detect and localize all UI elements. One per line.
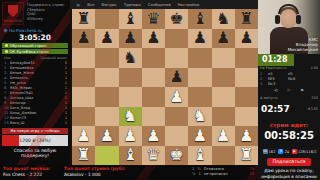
square-e7[interactable]	[165, 29, 188, 49]
square-d1[interactable]: ♛	[142, 146, 165, 166]
thanks-text: Спасибо за любую поддержку!	[0, 148, 70, 158]
info-line: Поддержать стрим:	[27, 3, 65, 8]
player-name-line: Михайлицкий	[288, 47, 318, 52]
square-e1[interactable]: ♚	[165, 146, 188, 166]
donation-leaderboard: 1.Белодубов3152.Белошвейка13.Белов_Женя1…	[0, 61, 70, 126]
piece-black-r: ♜	[239, 11, 253, 27]
top-donation-month: Топ донат месяца: Fox Chess - 2 222	[3, 166, 50, 178]
square-e4[interactable]: ♟	[165, 87, 188, 107]
move-row[interactable]: 3Nc3	[260, 81, 318, 86]
logo-text: POWCHESS	[3, 19, 23, 23]
piece-white-p: ♟	[239, 128, 253, 144]
square-c3[interactable]: ♞	[119, 107, 142, 127]
square-b4[interactable]	[95, 87, 118, 107]
piece-white-n: ♞	[193, 108, 207, 124]
square-f8[interactable]: ♝	[188, 9, 211, 29]
move-list: 1e4e52Nf3Nc63Nc3	[260, 71, 318, 86]
square-a2[interactable]: ♟	[72, 126, 95, 146]
square-a5[interactable]	[72, 68, 95, 88]
social-icon: ▶	[292, 149, 297, 154]
square-h4[interactable]	[235, 87, 258, 107]
social-count: 24	[284, 150, 289, 154]
menu-item[interactable]: Сообщения	[148, 2, 171, 7]
stream-live-label: стрим идет:	[258, 122, 320, 128]
rematch-icon[interactable]: ⟲	[274, 88, 278, 93]
piece-white-r: ♜	[76, 147, 90, 163]
piece-black-p: ♟	[216, 30, 230, 46]
piece-white-k: ♚	[169, 147, 183, 163]
square-g1[interactable]	[212, 146, 235, 166]
headphones-icon	[278, 4, 299, 14]
time-control-label: 4 минуты	[260, 96, 278, 100]
stream-donation-value: Asakolov - 1 000	[64, 172, 126, 178]
square-f3[interactable]: ♞	[188, 107, 211, 127]
social-counter[interactable]: VK162	[263, 149, 276, 154]
donation-goal-label: На новую игру и победы	[2, 128, 68, 134]
square-g8[interactable]: ♞	[212, 9, 235, 29]
piece-black-b: ♝	[193, 11, 207, 27]
square-g7[interactable]: ♟	[212, 29, 235, 49]
social-icon: B	[278, 149, 283, 154]
square-b2[interactable]: ♟	[95, 126, 118, 146]
square-g5[interactable]	[212, 68, 235, 88]
square-h8[interactable]: ♜	[235, 9, 258, 29]
progress-label: 1200 ₽ (24%)	[2, 135, 68, 146]
square-h7[interactable]: ♟	[235, 29, 258, 49]
square-h2[interactable]: ♟	[235, 126, 258, 146]
square-h3[interactable]	[235, 107, 258, 127]
score-row: ½1не прописал20	[192, 172, 254, 177]
game-number: #135	[308, 106, 318, 111]
square-c4[interactable]	[119, 87, 142, 107]
month-donation-value: Fox Chess - 2 222	[3, 172, 50, 178]
piece-white-p: ♟	[193, 128, 207, 144]
leaderboard-row: 13.Вася_Ш1	[0, 121, 70, 126]
piece-black-b: ♝	[123, 11, 137, 27]
goal-row: Обучающий стрим	[2, 43, 68, 48]
stream-timer: 3:05:20	[0, 33, 70, 42]
square-f4[interactable]	[188, 87, 211, 107]
chess-board: ♜♝♛♚♝♞♜♟♟♟♟♟♟♟♞♟♟♞♞♟♟♟♟♟♟♟♜♝♛♚♝♜	[72, 9, 258, 165]
square-b6[interactable]	[95, 48, 118, 68]
square-a3[interactable]	[72, 107, 95, 127]
square-f7[interactable]: ♟	[188, 29, 211, 49]
black-clock: 01:28	[258, 54, 294, 66]
promo-line: Даю уроки по скайпу,	[258, 168, 320, 174]
piece-white-p: ♟	[216, 128, 230, 144]
top-donation-stream: Топ донат стрима (руб): Asakolov - 1 000	[64, 166, 126, 178]
resign-flag-icon[interactable]: ⚑	[300, 88, 304, 93]
promo-line: информация в описании	[258, 174, 320, 180]
piece-white-n: ♞	[123, 108, 137, 124]
player-name: КМСВладимирМихайлицкий	[288, 37, 318, 52]
game-controls: ⟲⚐⚑	[260, 88, 318, 93]
square-e2[interactable]	[165, 126, 188, 146]
square-c1[interactable]: ♝	[119, 146, 142, 166]
clock-sub-right: 2:00	[310, 66, 318, 70]
menu-item[interactable]: Фигуры	[101, 2, 116, 7]
piece-black-n: ♞	[123, 50, 137, 66]
piece-white-p: ♟	[169, 89, 183, 105]
draw-flag-icon[interactable]: ⚐	[287, 88, 291, 93]
square-h5[interactable]	[235, 68, 258, 88]
piece-white-b: ♝	[123, 147, 137, 163]
square-a6[interactable]	[72, 48, 95, 68]
game-meta-row: 4 минуты 200	[260, 96, 318, 100]
stream-live-timer: 00:58:25	[258, 130, 320, 141]
square-h6[interactable]	[235, 48, 258, 68]
social-counter[interactable]: B24	[278, 149, 289, 154]
piece-white-r: ♜	[239, 147, 253, 163]
square-c6[interactable]: ♞	[119, 48, 142, 68]
leaderboard-header: Ник Средний взнос	[0, 54, 70, 61]
square-a8[interactable]: ♜	[72, 9, 95, 29]
social-icon: VK	[263, 149, 268, 154]
square-h1[interactable]: ♜	[235, 146, 258, 166]
donation-progress-bar: 1200 ₽ (24%)	[2, 135, 68, 146]
square-d7[interactable]: ♟	[142, 29, 165, 49]
left-sidebar: POWCHESS Поддержать стрим:СбербанкQIWIЮM…	[0, 0, 70, 180]
square-b3[interactable]	[95, 107, 118, 127]
leaderboard-header-right: Средний взнос	[40, 56, 67, 60]
score-table: 1½Отписался75½1не прописал20	[192, 167, 254, 177]
logo-row: POWCHESS Поддержать стрим:СбербанкQIWIЮM…	[0, 0, 70, 27]
piece-white-q: ♛	[146, 147, 160, 163]
piece-black-p: ♟	[169, 69, 183, 85]
channel-logo: POWCHESS	[2, 2, 24, 25]
piece-white-p: ♟	[146, 128, 160, 144]
support-info-lines: Поддержать стрим:СбербанкQIWIЮMoney	[24, 2, 65, 25]
bottom-bar: Топ донат месяца: Fox Chess - 2 222 Топ …	[0, 165, 258, 180]
square-d5[interactable]	[142, 68, 165, 88]
shield-icon	[8, 5, 18, 17]
piece-black-p: ♟	[146, 30, 160, 46]
leaderboard-header-left: Ник	[4, 56, 11, 60]
piece-black-p: ♟	[239, 30, 253, 46]
piece-black-p: ♟	[100, 30, 114, 46]
goal-rows: Обучающий стримОК Кулебяка стрим	[0, 43, 70, 54]
square-g4[interactable]	[212, 87, 235, 107]
menu-item[interactable]: Турниры	[124, 2, 141, 7]
piece-white-p: ♟	[76, 128, 90, 144]
clock-sub-left: На Powchess.ru	[260, 66, 287, 70]
square-c8[interactable]: ♝	[119, 9, 142, 29]
piece-white-p: ♟	[123, 128, 137, 144]
menu-item[interactable]: Настройки	[178, 2, 199, 7]
square-b8[interactable]	[95, 9, 118, 29]
clock-subrow: На Powchess.ru 2:00	[260, 66, 318, 70]
square-d2[interactable]: ♟	[142, 126, 165, 146]
promo-text: Даю уроки по скайпу,информация в описани…	[258, 168, 320, 179]
social-count: 162	[269, 150, 276, 154]
square-e6[interactable]	[165, 48, 188, 68]
site-link-label: На Powchess.ru	[9, 28, 42, 33]
piece-black-n: ♞	[216, 11, 230, 27]
square-a1[interactable]: ♜	[72, 146, 95, 166]
right-sidebar: КМСВладимирМихайлицкий 01:28 На Powchess…	[258, 0, 320, 180]
square-e3[interactable]	[165, 107, 188, 127]
info-line: ЮMoney	[27, 17, 65, 22]
square-g2[interactable]: ♟	[212, 126, 235, 146]
menu-item[interactable]: Все	[87, 2, 94, 7]
headphone-cup-left	[275, 15, 280, 24]
piece-black-r: ♜	[76, 11, 90, 27]
square-f5[interactable]	[188, 68, 211, 88]
piece-white-p: ♟	[100, 128, 114, 144]
square-a4[interactable]	[72, 87, 95, 107]
square-f1[interactable]: ♝	[188, 146, 211, 166]
square-a7[interactable]: ♟	[72, 29, 95, 49]
piece-black-k: ♚	[169, 11, 183, 27]
piece-white-b: ♝	[193, 147, 207, 163]
square-g3[interactable]	[212, 107, 235, 127]
square-b1[interactable]	[95, 146, 118, 166]
square-e8[interactable]: ♚	[165, 9, 188, 29]
square-f2[interactable]: ♟	[188, 126, 211, 146]
square-c2[interactable]: ♟	[119, 126, 142, 146]
square-d8[interactable]: ♛	[142, 9, 165, 29]
piece-black-p: ♟	[193, 30, 207, 46]
top-menubar: ≡ ВсеФигурыТурнирыСообщенияНастройки	[70, 0, 258, 9]
rating-label: 200	[311, 96, 318, 100]
piece-black-p: ♟	[76, 30, 90, 46]
menu-icon[interactable]: ≡	[76, 2, 80, 8]
square-f6[interactable]	[188, 48, 211, 68]
square-c5[interactable]	[119, 68, 142, 88]
square-b7[interactable]: ♟	[95, 29, 118, 49]
square-d3[interactable]	[142, 107, 165, 127]
square-b5[interactable]	[95, 68, 118, 88]
piece-black-q: ♛	[146, 11, 160, 27]
social-counters: VK162B24▶128/116/2	[259, 149, 320, 154]
square-e5[interactable]: ♟	[165, 68, 188, 88]
square-d4[interactable]	[142, 87, 165, 107]
square-d6[interactable]	[142, 48, 165, 68]
subscribe-button[interactable]: Подписаться	[267, 158, 311, 166]
square-c7[interactable]: ♟	[119, 29, 142, 49]
diamond-icon	[3, 28, 7, 32]
piece-black-p: ♟	[123, 30, 137, 46]
headphone-cup-right	[296, 15, 301, 24]
social-count: 128/116/2	[298, 150, 316, 154]
stream-overlay: POWCHESS Поддержать стрим:СбербанкQIWIЮM…	[0, 0, 320, 180]
social-counter[interactable]: ▶128/116/2	[292, 149, 316, 154]
square-g6[interactable]	[212, 48, 235, 68]
